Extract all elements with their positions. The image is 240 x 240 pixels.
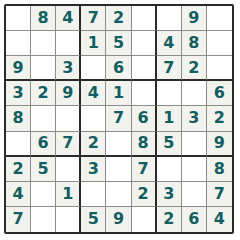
given-digit: 9 xyxy=(188,10,199,26)
cell-r5c8[interactable]: 3 xyxy=(182,106,207,131)
cell-r4c7[interactable] xyxy=(157,81,182,106)
given-digit: 5 xyxy=(163,135,174,151)
given-digit: 6 xyxy=(214,85,225,101)
cell-r1c9[interactable] xyxy=(207,6,232,31)
given-digit: 1 xyxy=(113,85,124,101)
cell-r8c5[interactable] xyxy=(106,182,131,207)
given-digit: 2 xyxy=(38,85,49,101)
given-digit: 5 xyxy=(113,35,124,51)
sudoku-screenshot: 8472915489367232941687613267285925378412… xyxy=(0,0,240,240)
cell-r3c9[interactable] xyxy=(207,56,232,81)
cell-r2c6[interactable] xyxy=(132,31,157,56)
cell-r6c5[interactable] xyxy=(106,132,131,157)
cell-r1c1[interactable] xyxy=(6,6,31,31)
given-digit: 4 xyxy=(12,186,23,202)
cell-r1c4[interactable]: 7 xyxy=(81,6,106,31)
given-digit: 3 xyxy=(188,110,199,126)
cell-r9c1[interactable]: 7 xyxy=(6,207,31,232)
cell-r1c5[interactable]: 2 xyxy=(106,6,131,31)
cell-r7c3[interactable] xyxy=(56,157,81,182)
given-digit: 4 xyxy=(163,35,174,51)
given-digit: 8 xyxy=(138,135,149,151)
cell-r9c4[interactable]: 5 xyxy=(81,207,106,232)
cell-r6c7[interactable]: 5 xyxy=(157,132,182,157)
cell-r4c1[interactable]: 3 xyxy=(6,81,31,106)
cell-r2c8[interactable]: 8 xyxy=(182,31,207,56)
cell-r9c6[interactable] xyxy=(132,207,157,232)
given-digit: 3 xyxy=(163,186,174,202)
cell-r5c3[interactable] xyxy=(56,106,81,131)
cell-r1c2[interactable]: 8 xyxy=(31,6,56,31)
cell-r3c3[interactable]: 3 xyxy=(56,56,81,81)
cell-r3c2[interactable] xyxy=(31,56,56,81)
cell-r3c1[interactable]: 9 xyxy=(6,56,31,81)
cell-r3c5[interactable]: 6 xyxy=(106,56,131,81)
cell-r5c5[interactable]: 7 xyxy=(106,106,131,131)
cell-r4c5[interactable]: 1 xyxy=(106,81,131,106)
given-digit: 3 xyxy=(88,161,99,177)
given-digit: 7 xyxy=(88,10,99,26)
cell-r9c5[interactable]: 9 xyxy=(106,207,131,232)
given-digit: 1 xyxy=(163,110,174,126)
cell-r9c3[interactable] xyxy=(56,207,81,232)
cell-r8c1[interactable]: 4 xyxy=(6,182,31,207)
given-digit: 7 xyxy=(113,110,124,126)
cell-r6c2[interactable]: 6 xyxy=(31,132,56,157)
cell-r7c7[interactable] xyxy=(157,157,182,182)
cell-r8c9[interactable]: 7 xyxy=(207,182,232,207)
given-digit: 6 xyxy=(188,211,199,227)
given-digit: 1 xyxy=(62,186,73,202)
given-digit: 2 xyxy=(163,211,174,227)
cell-r1c3[interactable]: 4 xyxy=(56,6,81,31)
given-digit: 9 xyxy=(12,60,23,76)
given-digit: 7 xyxy=(62,135,73,151)
given-digit: 1 xyxy=(88,35,99,51)
given-digit: 4 xyxy=(88,85,99,101)
cell-r2c5[interactable]: 5 xyxy=(106,31,131,56)
given-digit: 9 xyxy=(113,211,124,227)
cell-r7c6[interactable]: 7 xyxy=(132,157,157,182)
given-digit: 2 xyxy=(12,161,23,177)
given-digit: 9 xyxy=(214,135,225,151)
cell-r4c9[interactable]: 6 xyxy=(207,81,232,106)
cell-r3c7[interactable]: 7 xyxy=(157,56,182,81)
given-digit: 6 xyxy=(38,135,49,151)
cell-r9c7[interactable]: 2 xyxy=(157,207,182,232)
cell-r8c2[interactable] xyxy=(31,182,56,207)
cell-r2c7[interactable]: 4 xyxy=(157,31,182,56)
cell-r6c6[interactable]: 8 xyxy=(132,132,157,157)
given-digit: 5 xyxy=(88,211,99,227)
cell-r7c9[interactable]: 8 xyxy=(207,157,232,182)
given-digit: 8 xyxy=(214,161,225,177)
cell-r2c3[interactable] xyxy=(56,31,81,56)
given-digit: 7 xyxy=(214,186,225,202)
cell-r9c9[interactable]: 4 xyxy=(207,207,232,232)
cell-r6c1[interactable] xyxy=(6,132,31,157)
given-digit: 4 xyxy=(62,10,73,26)
given-digit: 3 xyxy=(12,85,23,101)
cell-r5c6[interactable]: 6 xyxy=(132,106,157,131)
cell-r2c1[interactable] xyxy=(6,31,31,56)
cell-r7c1[interactable]: 2 xyxy=(6,157,31,182)
cell-r3c6[interactable] xyxy=(132,56,157,81)
given-digit: 4 xyxy=(214,211,225,227)
cell-r4c3[interactable]: 9 xyxy=(56,81,81,106)
cell-r8c8[interactable] xyxy=(182,182,207,207)
cell-r3c8[interactable]: 2 xyxy=(182,56,207,81)
given-digit: 8 xyxy=(38,10,49,26)
cell-r2c4[interactable]: 1 xyxy=(81,31,106,56)
cell-r6c8[interactable] xyxy=(182,132,207,157)
cell-r4c4[interactable]: 4 xyxy=(81,81,106,106)
cell-r6c9[interactable]: 9 xyxy=(207,132,232,157)
given-digit: 2 xyxy=(138,186,149,202)
cell-r3c4[interactable] xyxy=(81,56,106,81)
cell-r5c2[interactable] xyxy=(31,106,56,131)
cell-r8c4[interactable] xyxy=(81,182,106,207)
cell-r2c9[interactable] xyxy=(207,31,232,56)
given-digit: 2 xyxy=(88,135,99,151)
given-digit: 5 xyxy=(38,161,49,177)
cell-r5c4[interactable] xyxy=(81,106,106,131)
cell-r4c2[interactable]: 2 xyxy=(31,81,56,106)
cell-r1c8[interactable]: 9 xyxy=(182,6,207,31)
cell-r1c6[interactable] xyxy=(132,6,157,31)
cell-r9c8[interactable]: 6 xyxy=(182,207,207,232)
cell-r5c7[interactable]: 1 xyxy=(157,106,182,131)
cell-r4c6[interactable] xyxy=(132,81,157,106)
cell-r7c2[interactable]: 5 xyxy=(31,157,56,182)
given-digit: 7 xyxy=(163,60,174,76)
cell-r1c7[interactable] xyxy=(157,6,182,31)
given-digit: 2 xyxy=(188,60,199,76)
cell-r8c6[interactable]: 2 xyxy=(132,182,157,207)
cell-r8c3[interactable]: 1 xyxy=(56,182,81,207)
cell-r6c4[interactable]: 2 xyxy=(81,132,106,157)
cell-r9c2[interactable] xyxy=(31,207,56,232)
cell-r8c7[interactable]: 3 xyxy=(157,182,182,207)
cell-r4c8[interactable] xyxy=(182,81,207,106)
cell-r7c8[interactable] xyxy=(182,157,207,182)
cell-r5c9[interactable]: 2 xyxy=(207,106,232,131)
given-digit: 2 xyxy=(214,110,225,126)
sudoku-board: 8472915489367232941687613267285925378412… xyxy=(4,4,234,234)
cell-r5c1[interactable]: 8 xyxy=(6,106,31,131)
given-digit: 2 xyxy=(113,10,124,26)
given-digit: 9 xyxy=(62,85,73,101)
given-digit: 6 xyxy=(113,60,124,76)
given-digit: 8 xyxy=(188,35,199,51)
cell-r7c4[interactable]: 3 xyxy=(81,157,106,182)
given-digit: 3 xyxy=(62,60,73,76)
given-digit: 7 xyxy=(12,211,23,227)
cell-r6c3[interactable]: 7 xyxy=(56,132,81,157)
cell-r7c5[interactable] xyxy=(106,157,131,182)
given-digit: 8 xyxy=(12,110,23,126)
given-digit: 7 xyxy=(138,161,149,177)
given-digit: 6 xyxy=(138,110,149,126)
cell-r2c2[interactable] xyxy=(31,31,56,56)
